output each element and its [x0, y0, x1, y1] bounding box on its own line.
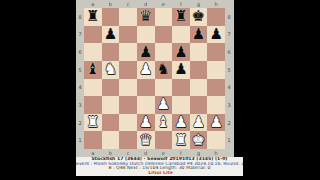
black-pawn: ♟ — [192, 26, 205, 43]
white-pawn: ♟ — [139, 61, 152, 78]
square-e3[interactable]: ♟ — [155, 96, 173, 114]
black-pawn: ♟ — [209, 26, 222, 43]
game-caption: Stockfish 17 (3644) - Seawolf 20191013 (… — [76, 157, 243, 176]
square-d6[interactable]: ♟ — [137, 43, 155, 61]
square-c8[interactable] — [119, 8, 137, 26]
square-f7[interactable] — [172, 26, 190, 44]
chess-board: abcdefgh 87654321 ♜♛♜♚♟♟♟♟♟♝♞♟♞♟♟♜♟♝♟♟♟♛… — [76, 0, 234, 157]
file-label-c: c — [119, 148, 137, 157]
square-f4[interactable] — [172, 79, 190, 97]
file-label-h: h — [207, 0, 225, 8]
square-b4[interactable] — [102, 79, 120, 97]
rank-label-5: 5 — [76, 61, 84, 79]
rank-label-4: 4 — [225, 79, 233, 97]
rank-label-7: 7 — [225, 26, 233, 44]
square-a5[interactable]: ♝ — [84, 61, 102, 79]
square-f5[interactable]: ♟ — [172, 61, 190, 79]
square-h8[interactable] — [207, 8, 225, 26]
black-king: ♚ — [192, 8, 205, 25]
square-a2[interactable]: ♜ — [84, 114, 102, 132]
square-c3[interactable] — [119, 96, 137, 114]
black-pawn: ♟ — [139, 44, 152, 61]
rank-label-3: 3 — [225, 96, 233, 114]
square-g1[interactable]: ♚ — [190, 131, 208, 149]
square-c4[interactable] — [119, 79, 137, 97]
video-frame: abcdefgh 87654321 ♜♛♜♚♟♟♟♟♟♝♞♟♞♟♟♜♟♝♟♟♟♛… — [0, 0, 320, 180]
square-d1[interactable]: ♛ — [137, 131, 155, 149]
file-labels-bottom: abcdefgh — [84, 148, 225, 157]
file-label-h: h — [207, 148, 225, 157]
square-g7[interactable]: ♟ — [190, 26, 208, 44]
white-knight: ♞ — [104, 61, 117, 78]
square-a7[interactable] — [84, 26, 102, 44]
square-g4[interactable] — [190, 79, 208, 97]
file-label-f: f — [172, 148, 190, 157]
square-b5[interactable]: ♞ — [102, 61, 120, 79]
square-b7[interactable]: ♟ — [102, 26, 120, 44]
rank-label-6: 6 — [225, 43, 233, 61]
square-e4[interactable] — [155, 79, 173, 97]
rank-label-2: 2 — [225, 114, 233, 132]
square-g2[interactable]: ♟ — [190, 114, 208, 132]
square-b2[interactable] — [102, 114, 120, 132]
rank-label-2: 2 — [76, 114, 84, 132]
file-label-c: c — [119, 0, 137, 8]
square-d2[interactable]: ♟ — [137, 114, 155, 132]
board-squares: ♜♛♜♚♟♟♟♟♟♝♞♟♞♟♟♜♟♝♟♟♟♛♜♚ — [84, 8, 225, 149]
square-h3[interactable] — [207, 96, 225, 114]
square-f1[interactable]: ♜ — [172, 131, 190, 149]
square-d4[interactable] — [137, 79, 155, 97]
black-knight: ♞ — [157, 61, 170, 78]
rank-label-3: 3 — [76, 96, 84, 114]
square-g8[interactable]: ♚ — [190, 8, 208, 26]
black-pawn: ♟ — [174, 61, 187, 78]
black-rook: ♜ — [174, 8, 187, 25]
square-e1[interactable] — [155, 131, 173, 149]
square-d5[interactable]: ♟ — [137, 61, 155, 79]
rank-label-1: 1 — [76, 131, 84, 149]
square-h2[interactable]: ♟ — [207, 114, 225, 132]
square-f3[interactable] — [172, 96, 190, 114]
square-h4[interactable] — [207, 79, 225, 97]
black-queen: ♛ — [139, 8, 152, 25]
square-c5[interactable] — [119, 61, 137, 79]
square-f2[interactable]: ♟ — [172, 114, 190, 132]
white-pawn: ♟ — [209, 114, 222, 131]
square-b6[interactable] — [102, 43, 120, 61]
file-label-a: a — [84, 148, 102, 157]
square-d8[interactable]: ♛ — [137, 8, 155, 26]
black-rook: ♜ — [86, 8, 99, 25]
square-d7[interactable] — [137, 26, 155, 44]
black-bishop: ♝ — [86, 61, 99, 78]
rank-label-5: 5 — [225, 61, 233, 79]
square-c7[interactable] — [119, 26, 137, 44]
file-label-d: d — [137, 148, 155, 157]
square-a8[interactable]: ♜ — [84, 8, 102, 26]
square-d3[interactable] — [137, 96, 155, 114]
square-c6[interactable] — [119, 43, 137, 61]
square-e2[interactable]: ♝ — [155, 114, 173, 132]
square-g5[interactable] — [190, 61, 208, 79]
watermark-line: LiGui Lite — [76, 171, 243, 176]
black-pawn: ♟ — [104, 26, 117, 43]
square-e6[interactable] — [155, 43, 173, 61]
square-c1[interactable] — [119, 131, 137, 149]
square-h6[interactable] — [207, 43, 225, 61]
rank-label-8: 8 — [225, 8, 233, 26]
rank-labels-right: 87654321 — [225, 8, 233, 149]
square-f6[interactable]: ♟ — [172, 43, 190, 61]
square-a6[interactable] — [84, 43, 102, 61]
square-c2[interactable] — [119, 114, 137, 132]
rank-label-1: 1 — [225, 131, 233, 149]
square-b8[interactable] — [102, 8, 120, 26]
square-h7[interactable]: ♟ — [207, 26, 225, 44]
square-g6[interactable] — [190, 43, 208, 61]
file-label-e: e — [155, 148, 173, 157]
file-label-b: b — [102, 148, 120, 157]
rank-label-7: 7 — [76, 26, 84, 44]
rank-labels-left: 87654321 — [76, 8, 84, 149]
file-label-g: g — [190, 148, 208, 157]
square-e5[interactable]: ♞ — [155, 61, 173, 79]
file-label-b: b — [102, 0, 120, 8]
white-pawn: ♟ — [192, 114, 205, 131]
white-rook: ♜ — [174, 132, 187, 149]
square-b3[interactable] — [102, 96, 120, 114]
square-g3[interactable] — [190, 96, 208, 114]
square-e8[interactable] — [155, 8, 173, 26]
square-h5[interactable] — [207, 61, 225, 79]
white-rook: ♜ — [86, 114, 99, 131]
black-pawn: ♟ — [174, 44, 187, 61]
square-h1[interactable] — [207, 131, 225, 149]
square-f8[interactable]: ♜ — [172, 8, 190, 26]
square-a3[interactable] — [84, 96, 102, 114]
rank-label-4: 4 — [76, 79, 84, 97]
square-b1[interactable] — [102, 131, 120, 149]
white-bishop: ♝ — [157, 114, 170, 131]
white-pawn: ♟ — [139, 114, 152, 131]
white-king: ♚ — [192, 132, 205, 149]
file-label-e: e — [155, 0, 173, 8]
square-e7[interactable] — [155, 26, 173, 44]
rank-label-6: 6 — [76, 43, 84, 61]
square-a1[interactable] — [84, 131, 102, 149]
white-queen: ♛ — [139, 132, 152, 149]
white-pawn: ♟ — [157, 96, 170, 113]
rank-label-8: 8 — [76, 8, 84, 26]
square-a4[interactable] — [84, 79, 102, 97]
white-pawn: ♟ — [174, 114, 187, 131]
